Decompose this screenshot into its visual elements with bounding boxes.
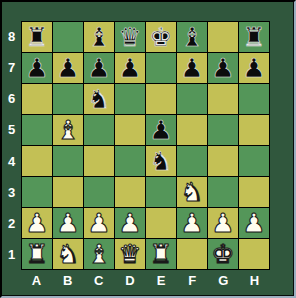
square-e7[interactable] [146, 53, 176, 83]
chess-board-window: 87654321 ♜♝♛♚♝♜♟♟♟♟♟♟♟♞♝♟♞♞♟♟♟♟♟♟♟♜♞♝♛♜♚… [0, 0, 296, 298]
square-a3[interactable] [22, 177, 52, 207]
file-label-G: G [208, 270, 239, 294]
black-pawn-icon[interactable]: ♟ [87, 53, 110, 83]
black-pawn-icon[interactable]: ♟ [242, 53, 265, 83]
square-e3[interactable] [146, 177, 176, 207]
rank-label-1: 1 [2, 239, 21, 270]
file-label-E: E [146, 270, 177, 294]
square-a1[interactable]: ♜ [22, 239, 52, 269]
square-h1[interactable] [239, 239, 269, 269]
square-h8[interactable]: ♜ [239, 22, 269, 52]
square-f5[interactable] [177, 115, 207, 145]
black-knight-icon[interactable]: ♞ [87, 84, 110, 114]
square-b8[interactable] [53, 22, 83, 52]
square-h3[interactable] [239, 177, 269, 207]
black-pawn-icon[interactable]: ♟ [211, 53, 234, 83]
square-e8[interactable]: ♚ [146, 22, 176, 52]
square-g3[interactable] [208, 177, 238, 207]
square-a5[interactable] [22, 115, 52, 145]
white-pawn-icon[interactable]: ♟ [25, 208, 48, 238]
black-bishop-icon[interactable]: ♝ [87, 22, 110, 52]
square-h7[interactable]: ♟ [239, 53, 269, 83]
file-label-C: C [83, 270, 114, 294]
square-e6[interactable] [146, 84, 176, 114]
square-g4[interactable] [208, 146, 238, 176]
square-f6[interactable] [177, 84, 207, 114]
square-e5[interactable]: ♟ [146, 115, 176, 145]
black-knight-icon[interactable]: ♞ [149, 146, 172, 176]
rank-labels: 87654321 [2, 21, 21, 270]
black-pawn-icon[interactable]: ♟ [118, 53, 141, 83]
square-f7[interactable]: ♟ [177, 53, 207, 83]
white-bishop-icon[interactable]: ♝ [87, 239, 110, 269]
square-g1[interactable]: ♚ [208, 239, 238, 269]
white-king-icon[interactable]: ♚ [211, 239, 234, 269]
square-f2[interactable]: ♟ [177, 208, 207, 238]
square-f4[interactable] [177, 146, 207, 176]
white-pawn-icon[interactable]: ♟ [180, 208, 203, 238]
white-rook-icon[interactable]: ♜ [149, 239, 172, 269]
white-bishop-icon[interactable]: ♝ [56, 115, 79, 145]
square-a8[interactable]: ♜ [22, 22, 52, 52]
square-c7[interactable]: ♟ [84, 53, 114, 83]
black-pawn-icon[interactable]: ♟ [25, 53, 48, 83]
black-rook-icon[interactable]: ♜ [25, 22, 48, 52]
square-c3[interactable] [84, 177, 114, 207]
black-pawn-icon[interactable]: ♟ [56, 53, 79, 83]
file-label-A: A [21, 270, 52, 294]
square-b5[interactable]: ♝ [53, 115, 83, 145]
white-pawn-icon[interactable]: ♟ [56, 208, 79, 238]
square-d6[interactable] [115, 84, 145, 114]
rank-label-6: 6 [2, 83, 21, 114]
square-d3[interactable] [115, 177, 145, 207]
white-pawn-icon[interactable]: ♟ [118, 208, 141, 238]
square-a6[interactable] [22, 84, 52, 114]
white-rook-icon[interactable]: ♜ [25, 239, 48, 269]
square-c2[interactable]: ♟ [84, 208, 114, 238]
black-pawn-icon[interactable]: ♟ [180, 53, 203, 83]
rank-label-8: 8 [2, 21, 21, 52]
square-g6[interactable] [208, 84, 238, 114]
square-d1[interactable]: ♛ [115, 239, 145, 269]
square-g5[interactable] [208, 115, 238, 145]
square-b6[interactable] [53, 84, 83, 114]
black-queen-icon[interactable]: ♛ [118, 22, 141, 52]
file-label-D: D [114, 270, 145, 294]
square-b4[interactable] [53, 146, 83, 176]
square-f8[interactable]: ♝ [177, 22, 207, 52]
rank-label-3: 3 [2, 177, 21, 208]
white-queen-icon[interactable]: ♛ [118, 239, 141, 269]
square-d4[interactable] [115, 146, 145, 176]
rank-label-7: 7 [2, 52, 21, 83]
square-d8[interactable]: ♛ [115, 22, 145, 52]
square-g2[interactable]: ♟ [208, 208, 238, 238]
file-label-H: H [239, 270, 270, 294]
white-knight-icon[interactable]: ♞ [56, 239, 79, 269]
square-h2[interactable]: ♟ [239, 208, 269, 238]
file-labels: ABCDEFGH [21, 270, 270, 294]
rank-label-2: 2 [2, 208, 21, 239]
white-pawn-icon[interactable]: ♟ [211, 208, 234, 238]
square-h5[interactable] [239, 115, 269, 145]
chess-board[interactable]: ♜♝♛♚♝♜♟♟♟♟♟♟♟♞♝♟♞♞♟♟♟♟♟♟♟♜♞♝♛♜♚ [21, 21, 270, 270]
square-h4[interactable] [239, 146, 269, 176]
square-a4[interactable] [22, 146, 52, 176]
square-d5[interactable] [115, 115, 145, 145]
square-g7[interactable]: ♟ [208, 53, 238, 83]
square-f1[interactable] [177, 239, 207, 269]
black-king-icon[interactable]: ♚ [149, 22, 172, 52]
square-c5[interactable] [84, 115, 114, 145]
file-label-B: B [52, 270, 83, 294]
file-label-F: F [177, 270, 208, 294]
white-pawn-icon[interactable]: ♟ [87, 208, 110, 238]
rank-label-4: 4 [2, 146, 21, 177]
square-b2[interactable]: ♟ [53, 208, 83, 238]
black-bishop-icon[interactable]: ♝ [180, 22, 203, 52]
square-a2[interactable]: ♟ [22, 208, 52, 238]
square-b3[interactable] [53, 177, 83, 207]
white-pawn-icon[interactable]: ♟ [242, 208, 265, 238]
square-c6[interactable]: ♞ [84, 84, 114, 114]
square-e4[interactable]: ♞ [146, 146, 176, 176]
white-knight-icon[interactable]: ♞ [180, 177, 203, 207]
black-pawn-icon[interactable]: ♟ [149, 115, 172, 145]
square-e2[interactable] [146, 208, 176, 238]
square-c8[interactable]: ♝ [84, 22, 114, 52]
black-rook-icon[interactable]: ♜ [242, 22, 265, 52]
square-b1[interactable]: ♞ [53, 239, 83, 269]
square-e1[interactable]: ♜ [146, 239, 176, 269]
square-f3[interactable]: ♞ [177, 177, 207, 207]
square-g8[interactable] [208, 22, 238, 52]
square-c1[interactable]: ♝ [84, 239, 114, 269]
square-h6[interactable] [239, 84, 269, 114]
square-d7[interactable]: ♟ [115, 53, 145, 83]
rank-label-5: 5 [2, 114, 21, 145]
square-b7[interactable]: ♟ [53, 53, 83, 83]
square-a7[interactable]: ♟ [22, 53, 52, 83]
square-c4[interactable] [84, 146, 114, 176]
square-d2[interactable]: ♟ [115, 208, 145, 238]
